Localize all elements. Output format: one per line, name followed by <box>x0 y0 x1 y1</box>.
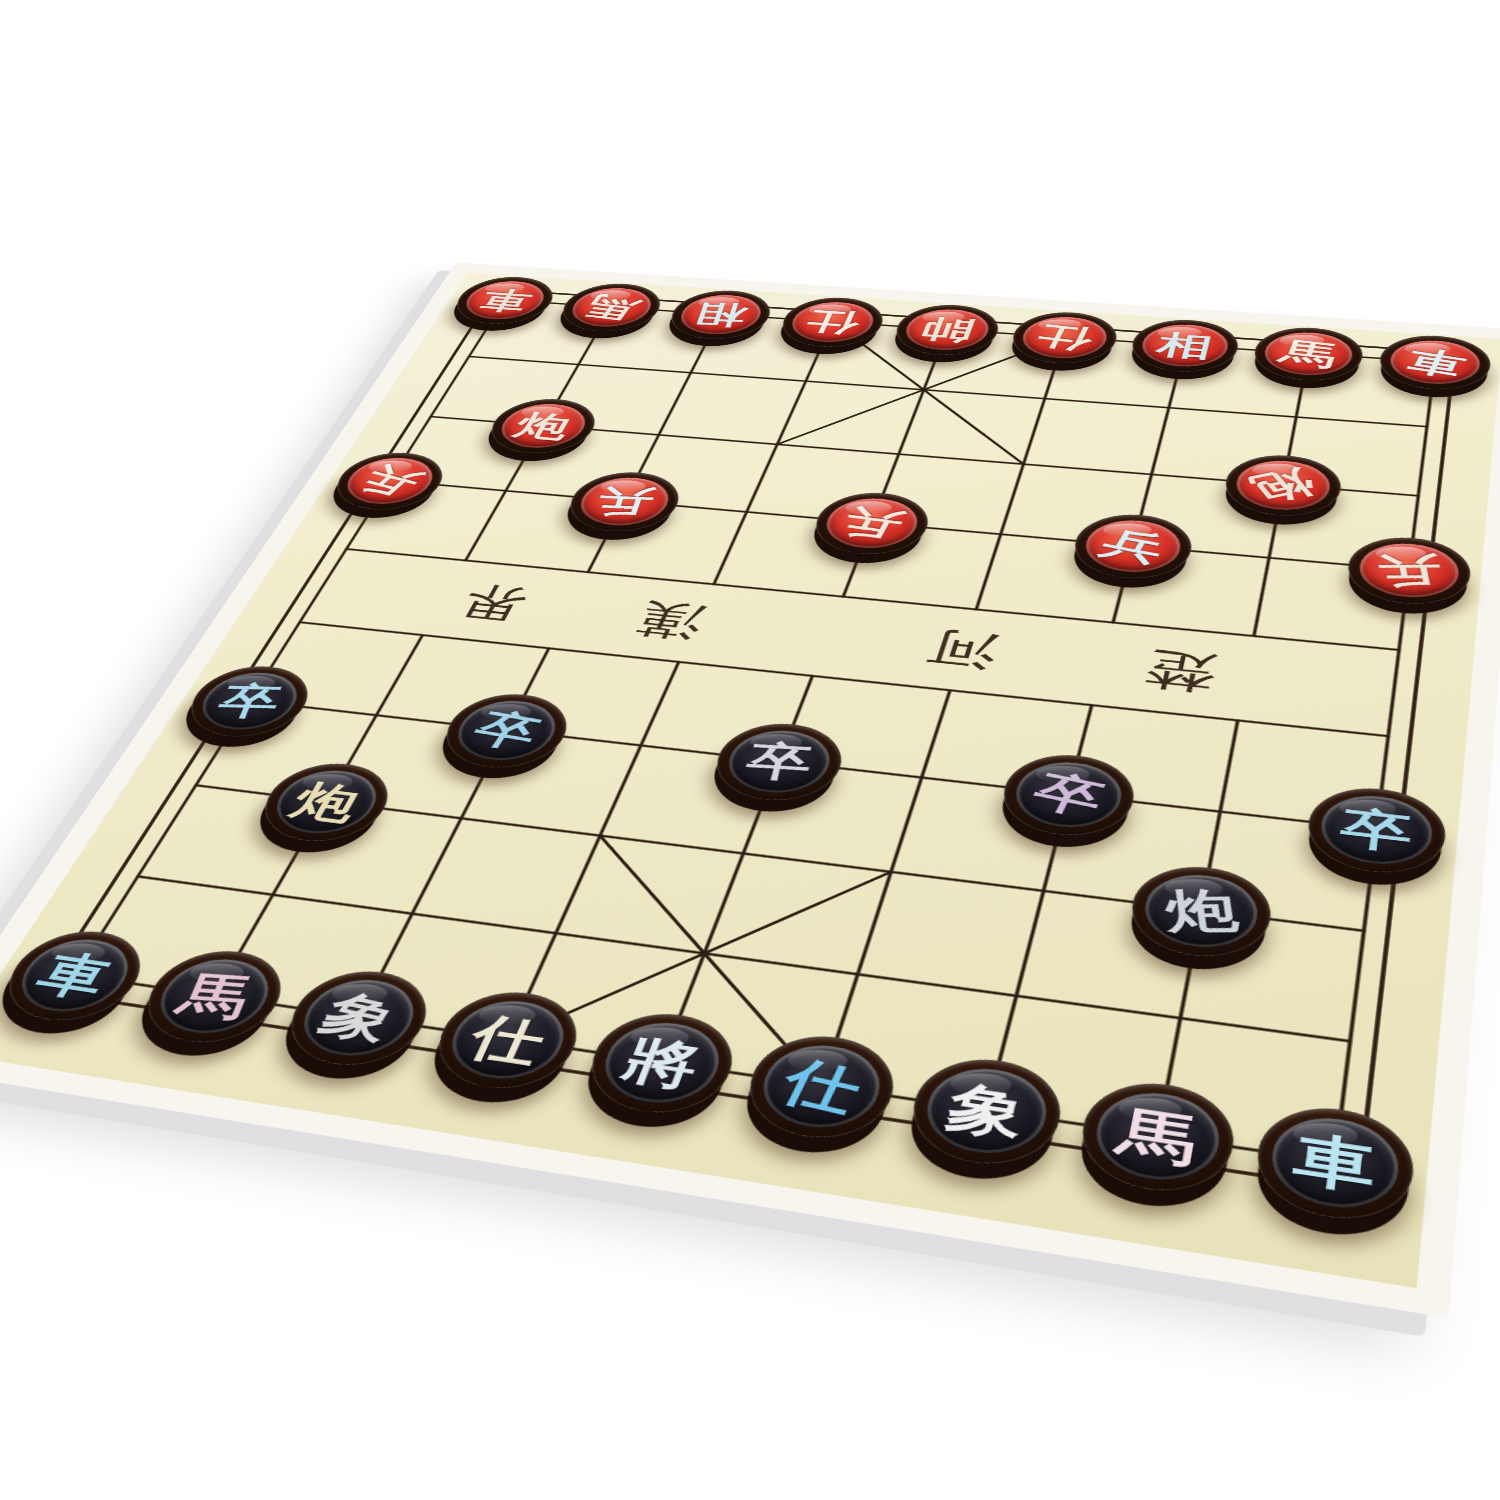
piece-glyph: 兵 <box>352 461 428 500</box>
piece-red-cannon[interactable]: 炮 <box>479 396 607 457</box>
piece-face: 卒 <box>718 726 839 798</box>
piece-face: 卒 <box>188 668 310 734</box>
piece-glyph: 仕 <box>1032 322 1097 354</box>
piece-glyph: 兵 <box>591 485 657 518</box>
piece-face: 馬 <box>563 286 660 329</box>
piece-face: 兵 <box>570 474 678 528</box>
piece-red-soldier[interactable]: 兵 <box>805 489 937 559</box>
piece-black-soldier[interactable]: 卒 <box>704 718 853 806</box>
piece-black-chariot[interactable]: 車 <box>1250 1099 1418 1229</box>
piece-red-horse[interactable]: 馬 <box>551 281 670 334</box>
piece-face: 兵 <box>1356 540 1461 601</box>
piece-glyph: 車 <box>474 286 537 313</box>
piece-glyph: 帥 <box>916 315 978 344</box>
piece-black-soldier[interactable]: 卒 <box>994 749 1142 842</box>
piece-glyph: 卒 <box>742 740 816 783</box>
piece-black-horse[interactable]: 馬 <box>1072 1074 1241 1200</box>
piece-black-elephant[interactable]: 象 <box>272 964 444 1074</box>
piece-black-chariot[interactable]: 車 <box>0 924 160 1028</box>
piece-black-soldier[interactable]: 卒 <box>174 661 325 742</box>
piece-black-horse[interactable]: 馬 <box>127 944 300 1051</box>
piece-face: 相 <box>1137 322 1233 369</box>
piece-glyph: 車 <box>1291 1129 1379 1197</box>
piece-face: 卒 <box>445 696 567 765</box>
piece-glyph: 車 <box>30 948 120 1002</box>
piece-face: 車 <box>4 934 144 1019</box>
piece-red-horse[interactable]: 馬 <box>1249 325 1366 384</box>
piece-glyph: 馬 <box>1113 1103 1201 1169</box>
piece-face: 炮 <box>262 766 390 839</box>
piece-glyph: 馬 <box>1276 337 1341 370</box>
piece-face: 馬 <box>1261 330 1356 378</box>
piece-black-cannon[interactable]: 炮 <box>247 758 404 848</box>
piece-glyph: 將 <box>617 1032 707 1092</box>
piece-face: 仕 <box>1016 315 1112 361</box>
piece-face: 車 <box>1266 1111 1403 1216</box>
piece-black-general[interactable]: 將 <box>575 1006 746 1122</box>
piece-face: 車 <box>456 279 553 321</box>
piece-red-elephant[interactable]: 相 <box>1126 317 1244 375</box>
piece-black-advisor[interactable]: 仕 <box>735 1028 906 1147</box>
piece-red-soldier[interactable]: 兵 <box>1344 533 1474 609</box>
piece-red-elephant[interactable]: 相 <box>661 288 780 342</box>
piece-face: 炮 <box>1232 458 1334 514</box>
piece-glyph: 馬 <box>171 970 257 1022</box>
piece-black-soldier[interactable]: 卒 <box>431 689 581 773</box>
piece-red-cannon[interactable]: 炮 <box>1220 451 1346 519</box>
piece-glyph: 相 <box>691 301 750 327</box>
piece-glyph: 卒 <box>1026 768 1111 821</box>
piece-glyph: 仕 <box>801 308 863 337</box>
piece-face: 炮 <box>1138 869 1263 954</box>
piece-red-advisor[interactable]: 仕 <box>773 295 892 350</box>
piece-face: 卒 <box>1317 791 1436 870</box>
piece-glyph: 卒 <box>1338 804 1415 855</box>
piece-glyph: 象 <box>312 987 405 1047</box>
piece-red-soldier[interactable]: 兵 <box>558 468 691 535</box>
piece-face: 象 <box>917 1062 1055 1161</box>
piece-glyph: 卒 <box>213 682 286 720</box>
piece-face: 象 <box>288 974 428 1063</box>
piece-black-cannon[interactable]: 炮 <box>1123 860 1277 964</box>
piece-glyph: 相 <box>1154 330 1215 360</box>
piece-glyph: 兵 <box>835 504 908 543</box>
piece-face: 仕 <box>784 300 881 345</box>
piece-red-general[interactable]: 帥 <box>888 302 1006 358</box>
piece-face: 馬 <box>144 953 284 1040</box>
piece-glyph: 兵 <box>1374 553 1444 588</box>
piece-layer: 車馬相仕帥仕相馬車炮炮兵兵兵兵兵卒卒卒卒卒炮炮車馬象仕將仕象馬車 <box>0 273 1500 1288</box>
piece-face: 仕 <box>751 1039 890 1136</box>
piece-red-advisor[interactable]: 仕 <box>1005 309 1123 366</box>
piece-glyph: 仕 <box>774 1053 869 1119</box>
piece-face: 帥 <box>899 307 995 352</box>
piece-glyph: 炮 <box>1162 887 1240 934</box>
piece-face: 兵 <box>818 495 925 552</box>
board-cloth: 界漢河楚987654321 車馬相仕帥仕相馬車炮炮兵兵兵兵兵卒卒卒卒卒炮炮車馬象… <box>0 263 1500 1318</box>
piece-face: 仕 <box>437 994 577 1085</box>
piece-red-chariot[interactable]: 車 <box>445 274 565 326</box>
piece-black-soldier[interactable]: 卒 <box>1303 782 1449 879</box>
piece-face: 卒 <box>1008 757 1128 832</box>
piece-glyph: 炮 <box>510 410 577 442</box>
piece-black-advisor[interactable]: 仕 <box>421 984 593 1096</box>
piece-face: 炮 <box>491 401 595 451</box>
piece-face: 兵 <box>335 455 443 507</box>
piece-glyph: 象 <box>942 1079 1031 1143</box>
piece-glyph: 仕 <box>463 1010 553 1069</box>
piece-face: 馬 <box>1088 1086 1225 1188</box>
piece-red-soldier[interactable]: 兵 <box>323 449 456 513</box>
piece-red-soldier[interactable]: 兵 <box>1067 510 1198 582</box>
piece-glyph: 炮 <box>1244 465 1323 506</box>
piece-glyph: 車 <box>1400 345 1469 380</box>
piece-glyph: 卒 <box>466 707 548 754</box>
piece-face: 車 <box>1387 338 1482 387</box>
piece-glyph: 兵 <box>1095 525 1171 567</box>
piece-glyph: 炮 <box>285 778 367 825</box>
piece-face: 相 <box>672 293 769 337</box>
photo-background: 界漢河楚987654321 車馬相仕帥仕相馬車炮炮兵兵兵兵兵卒卒卒卒卒炮炮車馬象… <box>0 0 1500 1500</box>
piece-face: 將 <box>592 1016 731 1110</box>
piece-glyph: 馬 <box>579 292 644 322</box>
piece-black-elephant[interactable]: 象 <box>901 1051 1071 1173</box>
piece-red-chariot[interactable]: 車 <box>1376 333 1492 393</box>
piece-face: 兵 <box>1079 517 1186 576</box>
